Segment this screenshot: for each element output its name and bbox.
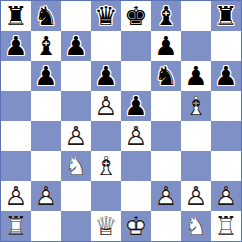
- square-a4[interactable]: [1, 121, 31, 151]
- square-b7[interactable]: ♝: [31, 31, 61, 61]
- piece-white-pawn: ♟♙: [121, 121, 151, 151]
- square-h1[interactable]: ♜♖: [211, 211, 241, 241]
- chess-board: ♜♞♛♚♝♜♟♝♟♟♟♟♞♟♟♟♙♟♝♗♟♙♟♙♞♘♝♗♟♙♟♙♟♙♟♙♟♙♜♖…: [0, 0, 242, 242]
- square-b4[interactable]: [31, 121, 61, 151]
- square-d1[interactable]: ♛♕: [91, 211, 121, 241]
- square-g2[interactable]: ♟♙: [181, 181, 211, 211]
- piece-black-queen: ♛: [91, 1, 121, 31]
- piece-black-king: ♚: [121, 1, 151, 31]
- square-d3[interactable]: ♝♗: [91, 151, 121, 181]
- square-e8[interactable]: ♚: [121, 1, 151, 31]
- square-g7[interactable]: [181, 31, 211, 61]
- piece-white-pawn: ♟♙: [181, 181, 211, 211]
- piece-black-pawn: ♟: [211, 61, 241, 91]
- square-f1[interactable]: [151, 211, 181, 241]
- square-c2[interactable]: [61, 181, 91, 211]
- square-d4[interactable]: [91, 121, 121, 151]
- piece-black-knight: ♞: [31, 1, 61, 31]
- square-d2[interactable]: [91, 181, 121, 211]
- square-h2[interactable]: ♟♙: [211, 181, 241, 211]
- piece-black-knight: ♞: [151, 61, 181, 91]
- piece-black-pawn: ♟: [121, 91, 151, 121]
- square-h3[interactable]: [211, 151, 241, 181]
- piece-black-pawn: ♟: [1, 31, 31, 61]
- piece-black-pawn: ♟: [181, 61, 211, 91]
- piece-white-pawn: ♟♙: [31, 181, 61, 211]
- piece-white-pawn: ♟♙: [151, 181, 181, 211]
- piece-white-queen: ♛♕: [91, 211, 121, 241]
- piece-black-pawn: ♟: [31, 61, 61, 91]
- square-c6[interactable]: [61, 61, 91, 91]
- square-a6[interactable]: [1, 61, 31, 91]
- square-a2[interactable]: ♟♙: [1, 181, 31, 211]
- square-c7[interactable]: ♟: [61, 31, 91, 61]
- square-d8[interactable]: ♛: [91, 1, 121, 31]
- square-f5[interactable]: [151, 91, 181, 121]
- square-f6[interactable]: ♞: [151, 61, 181, 91]
- square-e4[interactable]: ♟♙: [121, 121, 151, 151]
- square-f2[interactable]: ♟♙: [151, 181, 181, 211]
- piece-black-bishop: ♝: [31, 31, 61, 61]
- square-h5[interactable]: [211, 91, 241, 121]
- square-g6[interactable]: ♟: [181, 61, 211, 91]
- square-b3[interactable]: [31, 151, 61, 181]
- square-g1[interactable]: ♞♘: [181, 211, 211, 241]
- square-g5[interactable]: ♝♗: [181, 91, 211, 121]
- square-a3[interactable]: [1, 151, 31, 181]
- square-f8[interactable]: ♝: [151, 1, 181, 31]
- square-g8[interactable]: [181, 1, 211, 31]
- square-d5[interactable]: ♟♙: [91, 91, 121, 121]
- square-h8[interactable]: ♜: [211, 1, 241, 31]
- square-b6[interactable]: ♟: [31, 61, 61, 91]
- square-a5[interactable]: [1, 91, 31, 121]
- square-b1[interactable]: [31, 211, 61, 241]
- piece-black-pawn: ♟: [151, 31, 181, 61]
- square-a1[interactable]: ♜♖: [1, 211, 31, 241]
- piece-white-pawn: ♟♙: [211, 181, 241, 211]
- piece-white-bishop: ♝♗: [181, 91, 211, 121]
- piece-white-bishop: ♝♗: [91, 151, 121, 181]
- square-h4[interactable]: [211, 121, 241, 151]
- square-c4[interactable]: ♟♙: [61, 121, 91, 151]
- square-e7[interactable]: [121, 31, 151, 61]
- square-h6[interactable]: ♟: [211, 61, 241, 91]
- piece-white-pawn: ♟♙: [1, 181, 31, 211]
- piece-white-pawn: ♟♙: [91, 91, 121, 121]
- square-e1[interactable]: ♚♔: [121, 211, 151, 241]
- piece-black-pawn: ♟: [91, 61, 121, 91]
- square-e2[interactable]: [121, 181, 151, 211]
- square-g4[interactable]: [181, 121, 211, 151]
- square-f4[interactable]: [151, 121, 181, 151]
- square-g3[interactable]: [181, 151, 211, 181]
- piece-white-pawn: ♟♙: [61, 121, 91, 151]
- square-f3[interactable]: [151, 151, 181, 181]
- square-d6[interactable]: ♟: [91, 61, 121, 91]
- piece-black-bishop: ♝: [151, 1, 181, 31]
- square-b2[interactable]: ♟♙: [31, 181, 61, 211]
- square-c1[interactable]: [61, 211, 91, 241]
- square-d7[interactable]: [91, 31, 121, 61]
- piece-black-rook: ♜: [1, 1, 31, 31]
- square-b8[interactable]: ♞: [31, 1, 61, 31]
- piece-white-knight: ♞♘: [181, 211, 211, 241]
- piece-black-pawn: ♟: [61, 31, 91, 61]
- square-f7[interactable]: ♟: [151, 31, 181, 61]
- square-c8[interactable]: [61, 1, 91, 31]
- square-c3[interactable]: ♞♘: [61, 151, 91, 181]
- square-a8[interactable]: ♜: [1, 1, 31, 31]
- piece-white-knight: ♞♘: [61, 151, 91, 181]
- square-e6[interactable]: [121, 61, 151, 91]
- square-e3[interactable]: [121, 151, 151, 181]
- piece-white-king: ♚♔: [121, 211, 151, 241]
- piece-white-rook: ♜♖: [211, 211, 241, 241]
- piece-white-rook: ♜♖: [1, 211, 31, 241]
- square-e5[interactable]: ♟: [121, 91, 151, 121]
- square-h7[interactable]: [211, 31, 241, 61]
- square-a7[interactable]: ♟: [1, 31, 31, 61]
- square-c5[interactable]: [61, 91, 91, 121]
- piece-black-rook: ♜: [211, 1, 241, 31]
- square-b5[interactable]: [31, 91, 61, 121]
